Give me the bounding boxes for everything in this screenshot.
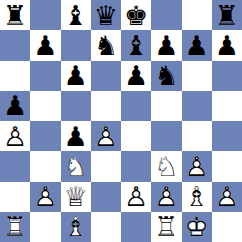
piece-black-bishop: ♝ bbox=[64, 2, 88, 29]
square-d5[interactable] bbox=[91, 91, 121, 121]
piece-black-queen: ♛ bbox=[94, 2, 118, 29]
piece-white-pawn: ♙ bbox=[154, 183, 178, 210]
square-d7[interactable]: ♞ bbox=[91, 30, 121, 60]
square-g3[interactable]: ♙ bbox=[182, 151, 212, 181]
piece-white-king: ♔ bbox=[185, 213, 209, 240]
piece-black-pawn: ♟ bbox=[215, 32, 239, 59]
piece-black-king: ♚ bbox=[124, 2, 148, 29]
square-e1[interactable] bbox=[121, 212, 151, 242]
square-h7[interactable]: ♟ bbox=[212, 30, 242, 60]
piece-white-pawn: ♙ bbox=[33, 183, 57, 210]
square-a5[interactable]: ♟ bbox=[0, 91, 30, 121]
square-e5[interactable] bbox=[121, 91, 151, 121]
square-f7[interactable]: ♟ bbox=[151, 30, 181, 60]
piece-white-pawn: ♙ bbox=[3, 123, 27, 150]
square-a4[interactable]: ♙ bbox=[0, 121, 30, 151]
piece-black-pawn: ♟ bbox=[64, 123, 88, 150]
square-f3[interactable]: ♘ bbox=[151, 151, 181, 181]
square-a6[interactable] bbox=[0, 61, 30, 91]
square-d4[interactable]: ♙ bbox=[91, 121, 121, 151]
square-g5[interactable] bbox=[182, 91, 212, 121]
piece-black-pawn: ♟ bbox=[64, 62, 88, 89]
square-b1[interactable] bbox=[30, 212, 60, 242]
piece-white-queen: ♕ bbox=[64, 183, 88, 210]
square-a3[interactable] bbox=[0, 151, 30, 181]
square-c5[interactable] bbox=[61, 91, 91, 121]
square-f2[interactable]: ♙ bbox=[151, 182, 181, 212]
piece-white-pawn: ♙ bbox=[215, 183, 239, 210]
square-c2[interactable]: ♕ bbox=[61, 182, 91, 212]
square-b7[interactable]: ♟ bbox=[30, 30, 60, 60]
square-a7[interactable] bbox=[0, 30, 30, 60]
piece-white-pawn: ♙ bbox=[94, 123, 118, 150]
piece-black-pawn: ♟ bbox=[185, 32, 209, 59]
square-e3[interactable] bbox=[121, 151, 151, 181]
piece-white-rook: ♖ bbox=[154, 213, 178, 240]
piece-white-bishop: ♗ bbox=[185, 183, 209, 210]
square-d8[interactable]: ♛ bbox=[91, 0, 121, 30]
square-b8[interactable] bbox=[30, 0, 60, 30]
square-a1[interactable]: ♖ bbox=[0, 212, 30, 242]
piece-black-pawn: ♟ bbox=[33, 32, 57, 59]
square-b2[interactable]: ♙ bbox=[30, 182, 60, 212]
square-b3[interactable] bbox=[30, 151, 60, 181]
piece-white-pawn: ♙ bbox=[124, 183, 148, 210]
square-c4[interactable]: ♟ bbox=[61, 121, 91, 151]
square-c7[interactable] bbox=[61, 30, 91, 60]
square-e6[interactable]: ♟ bbox=[121, 61, 151, 91]
piece-black-bishop: ♝ bbox=[124, 32, 148, 59]
square-c1[interactable]: ♗ bbox=[61, 212, 91, 242]
square-e2[interactable]: ♙ bbox=[121, 182, 151, 212]
square-a2[interactable] bbox=[0, 182, 30, 212]
square-g4[interactable] bbox=[182, 121, 212, 151]
square-d6[interactable] bbox=[91, 61, 121, 91]
square-b4[interactable] bbox=[30, 121, 60, 151]
square-g7[interactable]: ♟ bbox=[182, 30, 212, 60]
square-h2[interactable]: ♙ bbox=[212, 182, 242, 212]
square-c6[interactable]: ♟ bbox=[61, 61, 91, 91]
square-d3[interactable] bbox=[91, 151, 121, 181]
square-c3[interactable]: ♘ bbox=[61, 151, 91, 181]
piece-white-knight: ♘ bbox=[154, 153, 178, 180]
square-h6[interactable] bbox=[212, 61, 242, 91]
square-d2[interactable] bbox=[91, 182, 121, 212]
square-g6[interactable] bbox=[182, 61, 212, 91]
square-g8[interactable] bbox=[182, 0, 212, 30]
square-a8[interactable]: ♜ bbox=[0, 0, 30, 30]
square-h8[interactable]: ♜ bbox=[212, 0, 242, 30]
square-f1[interactable]: ♖ bbox=[151, 212, 181, 242]
piece-black-knight: ♞ bbox=[94, 32, 118, 59]
chess-board: ♜♝♛♚♜♟♞♝♟♟♟♟♟♞♟♙♟♙♘♘♙♙♕♙♙♗♙♖♗♖♔ bbox=[0, 0, 242, 242]
square-b5[interactable] bbox=[30, 91, 60, 121]
piece-black-pawn: ♟ bbox=[3, 92, 27, 119]
square-h3[interactable] bbox=[212, 151, 242, 181]
piece-black-pawn: ♟ bbox=[154, 32, 178, 59]
square-h1[interactable] bbox=[212, 212, 242, 242]
square-f6[interactable]: ♞ bbox=[151, 61, 181, 91]
square-g2[interactable]: ♗ bbox=[182, 182, 212, 212]
square-c8[interactable]: ♝ bbox=[61, 0, 91, 30]
piece-black-rook: ♜ bbox=[215, 2, 239, 29]
square-e4[interactable] bbox=[121, 121, 151, 151]
square-d1[interactable] bbox=[91, 212, 121, 242]
square-e8[interactable]: ♚ bbox=[121, 0, 151, 30]
piece-black-knight: ♞ bbox=[154, 62, 178, 89]
piece-white-knight: ♘ bbox=[64, 153, 88, 180]
square-f4[interactable] bbox=[151, 121, 181, 151]
piece-black-pawn: ♟ bbox=[124, 62, 148, 89]
piece-white-rook: ♖ bbox=[3, 213, 27, 240]
square-f8[interactable] bbox=[151, 0, 181, 30]
square-h4[interactable] bbox=[212, 121, 242, 151]
piece-white-pawn: ♙ bbox=[185, 153, 209, 180]
square-f5[interactable] bbox=[151, 91, 181, 121]
square-h5[interactable] bbox=[212, 91, 242, 121]
square-g1[interactable]: ♔ bbox=[182, 212, 212, 242]
piece-black-rook: ♜ bbox=[3, 2, 27, 29]
square-e7[interactable]: ♝ bbox=[121, 30, 151, 60]
square-b6[interactable] bbox=[30, 61, 60, 91]
piece-white-bishop: ♗ bbox=[64, 213, 88, 240]
